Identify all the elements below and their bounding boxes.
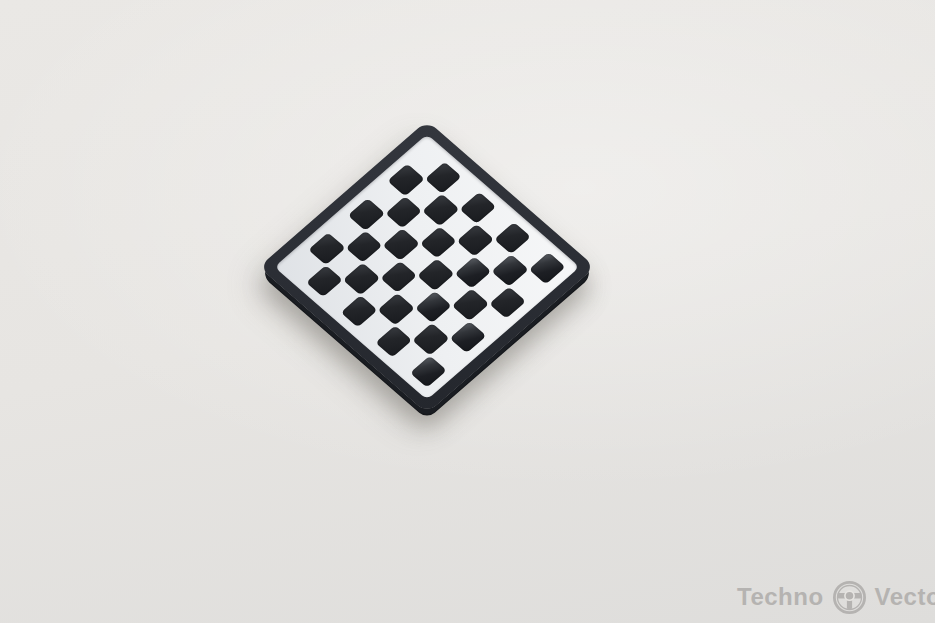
steering-wheel-icon (832, 580, 867, 615)
board-field (274, 134, 579, 400)
techno-vector-watermark: Techno Vector (737, 579, 935, 615)
photo-scene: Techno Vector (0, 0, 935, 623)
brand-text-vector: Vector (875, 583, 935, 611)
calibration-board (259, 121, 596, 414)
checkerboard-grid (288, 146, 565, 387)
brand-text-techno: Techno (737, 583, 824, 611)
